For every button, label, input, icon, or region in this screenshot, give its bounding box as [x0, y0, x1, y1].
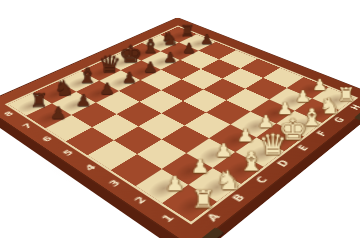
piece-black-rook: ♜ — [23, 91, 55, 110]
chess-set-product-photo: ♜♞♝♛♚♝♞♜♟♟♟♟♟♟♟♟♟♟♟♟♟♟♟♟♜♞♝♛♚♝♞♜ ABCDEFG… — [0, 0, 360, 238]
piece-white-pawn: ♟ — [305, 78, 335, 93]
piece-white-rook: ♜ — [331, 85, 360, 104]
square-f4 — [203, 79, 245, 101]
chess-board: ♜♞♝♛♚♝♞♜♟♟♟♟♟♟♟♟♟♟♟♟♟♟♟♟♜♞♝♛♚♝♞♜ ABCDEFG… — [0, 17, 360, 238]
board-frame: ♜♞♝♛♚♝♞♜♟♟♟♟♟♟♟♟♟♟♟♟♟♟♟♟♜♞♝♛♚♝♞♜ ABCDEFG… — [0, 17, 360, 238]
piece-black-pawn: ♟ — [194, 33, 220, 46]
